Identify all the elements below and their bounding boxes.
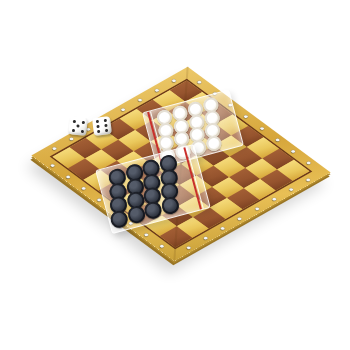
border-stud: [259, 126, 265, 130]
border-stud: [160, 244, 166, 248]
border-stud: [254, 207, 260, 211]
border-stud: [120, 108, 126, 112]
border-stud: [50, 163, 56, 167]
border-stud: [291, 149, 297, 153]
border-stud: [202, 236, 208, 240]
border-stud: [271, 197, 277, 201]
border-stud: [288, 187, 294, 191]
border-stud: [220, 226, 226, 230]
die-pip: [96, 125, 99, 128]
die-pip: [81, 120, 84, 123]
checker-piece-black: [159, 195, 180, 216]
die-pip: [105, 129, 108, 132]
border-stud: [237, 217, 243, 221]
die-pip: [71, 128, 74, 131]
border-stud: [185, 246, 191, 250]
border-stud: [97, 198, 103, 202]
die-pip: [97, 130, 100, 133]
border-stud: [244, 115, 250, 119]
border-stud: [305, 178, 311, 182]
die-pip: [96, 120, 99, 123]
border-stud: [68, 137, 74, 141]
die-pip: [104, 119, 107, 122]
checker-piece-black: [142, 199, 163, 220]
die-pip: [80, 129, 83, 132]
border-stud: [51, 147, 57, 151]
border-stud: [171, 78, 177, 82]
die-pip: [104, 124, 107, 127]
border-stud: [81, 186, 87, 190]
border-stud: [154, 88, 160, 92]
die-1: [68, 116, 88, 136]
border-stud: [66, 175, 72, 179]
die-2: [92, 116, 112, 136]
product-photo: [0, 0, 350, 350]
die-pip: [72, 119, 75, 122]
border-stud: [137, 98, 143, 102]
checker-piece-white: [204, 134, 222, 152]
die-pip: [76, 124, 79, 127]
border-stud: [197, 80, 203, 84]
checker-piece-black: [126, 204, 147, 225]
border-stud: [275, 138, 281, 142]
border-stud: [306, 161, 312, 165]
border-stud: [144, 233, 150, 237]
